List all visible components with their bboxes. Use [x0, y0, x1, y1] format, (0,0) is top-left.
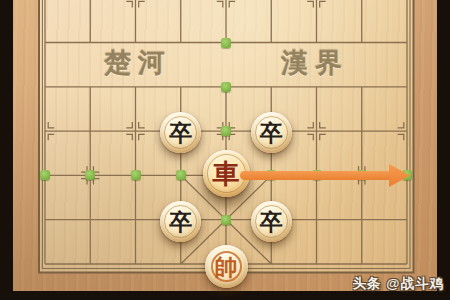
piece-character: 帥	[215, 255, 238, 278]
move-hint-dot[interactable]	[221, 126, 231, 136]
move-hint-dot[interactable]	[131, 170, 141, 180]
move-hint-dot[interactable]	[85, 170, 95, 180]
piece-red-general[interactable]: 帥	[205, 245, 248, 288]
piece-character: 車	[213, 160, 240, 187]
move-hint-dot[interactable]	[176, 170, 186, 180]
river-label-han: 漢界	[274, 47, 356, 79]
move-hint-dot[interactable]	[221, 38, 231, 48]
piece-black-soldier[interactable]: 卒	[251, 201, 292, 242]
move-arrow-shaft	[240, 171, 391, 180]
move-hint-dot[interactable]	[221, 215, 231, 225]
piece-black-soldier[interactable]: 卒	[160, 201, 201, 242]
watermark: 头条 @战斗鸡	[353, 275, 444, 293]
move-hint-dot[interactable]	[40, 170, 50, 180]
piece-character: 卒	[169, 121, 192, 144]
piece-character: 卒	[169, 210, 192, 233]
river-label-chu: 楚河	[97, 47, 179, 79]
move-hint-dot[interactable]	[221, 82, 231, 92]
piece-character: 卒	[260, 210, 283, 233]
xiangqi-board-screen: 楚河 漢界 卒卒卒卒車帥 头条 @战斗鸡	[0, 0, 450, 300]
piece-character: 卒	[260, 121, 283, 144]
piece-black-soldier[interactable]: 卒	[251, 112, 292, 153]
